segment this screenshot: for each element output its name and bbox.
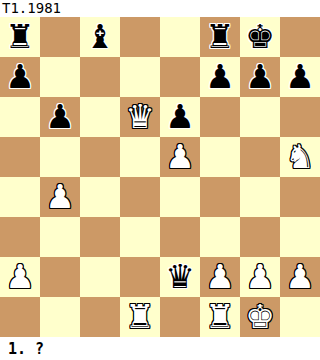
square-c2[interactable]: [80, 257, 120, 297]
square-d1[interactable]: ♜: [120, 297, 160, 337]
piece-black-pawn: ♟: [285, 57, 315, 97]
square-f6[interactable]: [200, 97, 240, 137]
square-f5[interactable]: [200, 137, 240, 177]
piece-white-rook: ♜: [125, 297, 155, 337]
square-h2[interactable]: ♟: [280, 257, 320, 297]
square-g5[interactable]: [240, 137, 280, 177]
piece-white-rook: ♜: [205, 297, 235, 337]
square-e6[interactable]: ♟: [160, 97, 200, 137]
square-h1[interactable]: [280, 297, 320, 337]
chess-puzzle-app: T1.1981 ♜♝♜♚♟♟♟♟♟♛♟♟♞♟♟♛♟♟♟♜♜♚ 1. ?: [0, 0, 320, 360]
square-f1[interactable]: ♜: [200, 297, 240, 337]
square-f4[interactable]: [200, 177, 240, 217]
square-a8[interactable]: ♜: [0, 17, 40, 57]
square-e4[interactable]: [160, 177, 200, 217]
piece-black-pawn: ♟: [205, 57, 235, 97]
piece-black-king: ♚: [245, 17, 275, 57]
square-b2[interactable]: [40, 257, 80, 297]
square-d8[interactable]: [120, 17, 160, 57]
piece-black-pawn: ♟: [5, 57, 35, 97]
square-e7[interactable]: [160, 57, 200, 97]
piece-white-pawn: ♟: [205, 257, 235, 297]
square-a6[interactable]: [0, 97, 40, 137]
square-e2[interactable]: ♛: [160, 257, 200, 297]
square-d7[interactable]: [120, 57, 160, 97]
square-b7[interactable]: [40, 57, 80, 97]
square-d2[interactable]: [120, 257, 160, 297]
square-f2[interactable]: ♟: [200, 257, 240, 297]
square-g8[interactable]: ♚: [240, 17, 280, 57]
square-h4[interactable]: [280, 177, 320, 217]
square-g1[interactable]: ♚: [240, 297, 280, 337]
square-g7[interactable]: ♟: [240, 57, 280, 97]
piece-black-bishop: ♝: [85, 17, 115, 57]
square-b4[interactable]: ♟: [40, 177, 80, 217]
square-a2[interactable]: ♟: [0, 257, 40, 297]
square-a5[interactable]: [0, 137, 40, 177]
square-d6[interactable]: ♛: [120, 97, 160, 137]
piece-white-pawn: ♟: [45, 177, 75, 217]
square-b5[interactable]: [40, 137, 80, 177]
square-e3[interactable]: [160, 217, 200, 257]
square-a7[interactable]: ♟: [0, 57, 40, 97]
square-f8[interactable]: ♜: [200, 17, 240, 57]
square-c5[interactable]: [80, 137, 120, 177]
square-d3[interactable]: [120, 217, 160, 257]
square-h5[interactable]: ♞: [280, 137, 320, 177]
square-g3[interactable]: [240, 217, 280, 257]
move-prompt: 1. ?: [8, 340, 44, 358]
square-b8[interactable]: [40, 17, 80, 57]
title-bar: T1.1981: [0, 0, 320, 17]
square-a1[interactable]: [0, 297, 40, 337]
piece-black-pawn: ♟: [45, 97, 75, 137]
chess-board[interactable]: ♜♝♜♚♟♟♟♟♟♛♟♟♞♟♟♛♟♟♟♜♜♚: [0, 17, 320, 337]
square-g2[interactable]: ♟: [240, 257, 280, 297]
square-a4[interactable]: [0, 177, 40, 217]
square-d5[interactable]: [120, 137, 160, 177]
square-d4[interactable]: [120, 177, 160, 217]
square-b3[interactable]: [40, 217, 80, 257]
piece-white-pawn: ♟: [245, 257, 275, 297]
piece-white-queen: ♛: [125, 97, 155, 137]
piece-black-pawn: ♟: [245, 57, 275, 97]
square-e1[interactable]: [160, 297, 200, 337]
square-c6[interactable]: [80, 97, 120, 137]
square-c3[interactable]: [80, 217, 120, 257]
piece-white-pawn: ♟: [5, 257, 35, 297]
square-e5[interactable]: ♟: [160, 137, 200, 177]
piece-white-pawn: ♟: [165, 137, 195, 177]
square-a3[interactable]: [0, 217, 40, 257]
square-c7[interactable]: [80, 57, 120, 97]
piece-black-rook: ♜: [205, 17, 235, 57]
square-e8[interactable]: [160, 17, 200, 57]
square-h8[interactable]: [280, 17, 320, 57]
square-f3[interactable]: [200, 217, 240, 257]
square-h3[interactable]: [280, 217, 320, 257]
square-c4[interactable]: [80, 177, 120, 217]
square-h6[interactable]: [280, 97, 320, 137]
piece-black-queen: ♛: [165, 257, 195, 297]
puzzle-title: T1.1981: [2, 1, 61, 16]
square-f7[interactable]: ♟: [200, 57, 240, 97]
square-g6[interactable]: [240, 97, 280, 137]
square-c8[interactable]: ♝: [80, 17, 120, 57]
piece-white-king: ♚: [245, 297, 275, 337]
square-h7[interactable]: ♟: [280, 57, 320, 97]
piece-white-knight: ♞: [285, 137, 315, 177]
piece-black-pawn: ♟: [165, 97, 195, 137]
footer-bar: 1. ?: [0, 337, 320, 360]
square-b6[interactable]: ♟: [40, 97, 80, 137]
square-c1[interactable]: [80, 297, 120, 337]
piece-white-pawn: ♟: [285, 257, 315, 297]
square-g4[interactable]: [240, 177, 280, 217]
piece-black-rook: ♜: [5, 17, 35, 57]
square-b1[interactable]: [40, 297, 80, 337]
